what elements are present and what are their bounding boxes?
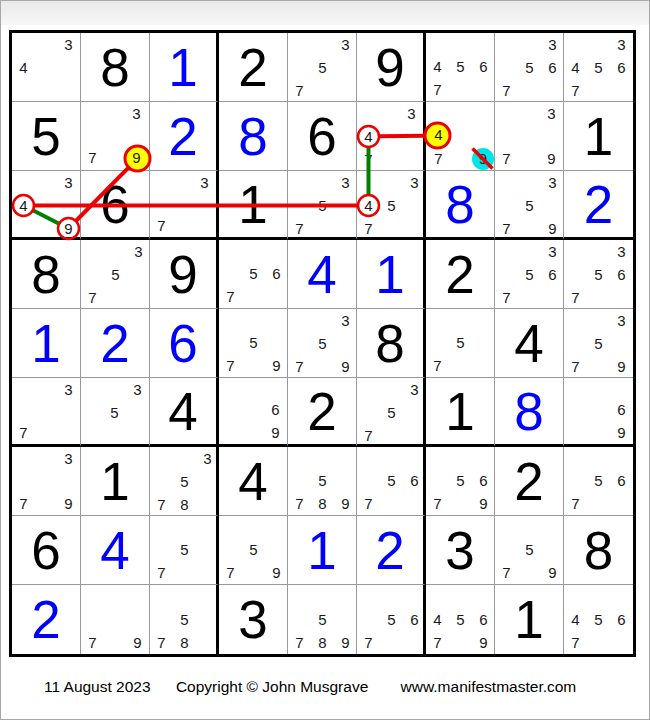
candidate-digit: 5 [518,194,541,217]
cell[interactable]: 9 [357,33,426,102]
candidate-slot: 7 [219,561,242,584]
candidate-digit: 9 [265,354,288,377]
cell[interactable]: 379 [81,102,150,171]
candidate-digit: 9 [57,217,80,240]
cell[interactable]: 579 [495,516,564,585]
pencil-marks: 349 [12,171,80,237]
pencil-marks: 5789 [288,585,356,654]
candidate-slot: 7 [150,561,173,584]
cell[interactable]: 8 [219,102,288,171]
candidate-slot: 3 [334,171,357,194]
candidate-digit: 5 [380,194,403,217]
candidate-digit: 3 [57,33,80,56]
pencil-marks: 567 [564,447,633,515]
candidate-slot: 9 [540,147,563,170]
cell[interactable]: 3579 [495,171,564,240]
pencil-marks: 79 [81,585,149,654]
candidate-slot: 5 [311,56,334,79]
candidate-digit: 7 [219,354,242,377]
cell-value: 8 [584,524,613,577]
pencil-marks: 4567 [426,33,494,101]
cell[interactable]: 3567 [495,33,564,102]
candidate-slot: 7 [81,631,104,654]
candidate-slot: 3 [57,171,80,194]
cell[interactable]: 6 [288,102,357,171]
cell[interactable]: 5679 [426,447,495,516]
candidate-digit: 9 [610,421,633,444]
candidate-digit: 3 [126,378,149,401]
candidate-digit: 7 [357,217,380,240]
cell-value: 3 [238,593,267,646]
candidate-digit: 6 [472,469,495,492]
pencil-marks: 45679 [426,585,494,654]
candidate-slot: 3 [541,171,564,194]
candidate-digit: 3 [334,33,357,56]
cell[interactable]: 1 [288,516,357,585]
candidate-digit: 3 [334,171,357,194]
cell[interactable]: 3578 [150,447,219,516]
pencil-marks: 3579 [288,309,356,377]
pencil-marks: 37 [150,171,216,237]
cell[interactable]: 2 [495,447,564,516]
cell[interactable]: 379 [12,447,81,516]
candidate-digit: 3 [400,102,423,125]
cell[interactable]: 1 [150,33,219,102]
candidate-digit: 7 [150,631,173,654]
cell-value: 2 [445,248,474,301]
candidate-digit: 3 [57,447,80,470]
candidate-digit: 9 [541,561,564,584]
cell[interactable]: 1 [564,102,633,171]
cell[interactable]: 2 [564,171,633,240]
cell[interactable]: 357 [288,171,357,240]
cell[interactable]: 5789 [288,447,357,516]
cell-value: 1 [100,455,129,508]
cell-value: 6 [168,317,197,370]
candidate-digit: 7 [426,78,449,101]
candidate-digit: 6 [610,263,633,286]
cell[interactable]: 2 [81,309,150,378]
candidate-slot: 9 [334,355,357,378]
pencil-marks: 379 [81,102,149,170]
candidate-digit: 5 [311,332,334,355]
candidate-digit: 5 [587,608,610,631]
cell[interactable]: 6 [150,309,219,378]
cell-value: 4 [168,385,197,438]
candidate-slot: 5 [449,469,472,492]
cell[interactable]: 1 [426,378,495,447]
candidate-slot: 5 [173,538,196,561]
candidate-slot: 9 [264,421,287,444]
candidate-slot: 7 [357,424,380,447]
candidate-digit: 8 [173,493,196,516]
candidate-digit: 5 [242,262,265,285]
candidate-digit: 5 [173,470,196,493]
candidate-digit: 5 [311,56,334,79]
candidate-digit: 9 [334,492,357,515]
cell[interactable]: 35 [81,378,150,447]
candidate-digit: 4 [12,194,35,217]
candidate-digit: 9 [472,148,494,170]
candidate-slot: 9 [57,217,80,240]
candidate-slot: 6 [472,608,495,631]
candidate-digit: 6 [264,398,287,421]
candidate-digit: 7 [12,492,35,515]
cell[interactable]: 4 [288,240,357,309]
candidate-digit: 9 [472,492,495,515]
candidate-digit: 5 [518,263,541,286]
candidate-slot: 5 [311,194,334,217]
cell[interactable]: 69 [564,378,633,447]
candidate-slot: 9 [265,354,288,377]
cell[interactable]: 1 [219,171,288,240]
candidate-slot: 5 [242,262,265,285]
pencil-marks: 357 [357,378,423,444]
candidate-digit: 9 [610,355,633,378]
cell[interactable]: 2 [288,378,357,447]
candidate-slot: 5 [518,263,541,286]
candidate-slot: 7 [81,145,104,170]
cell[interactable]: 45679 [426,585,495,654]
candidate-slot: 8 [311,631,334,654]
candidate-digit: 3 [57,378,80,401]
candidate-slot: 3 [400,102,423,125]
cell[interactable]: 1 [12,309,81,378]
candidate-slot: 8 [173,631,196,654]
pencil-marks: 567 [219,240,287,308]
candidate-slot: 7 [426,354,449,377]
candidate-slot: 5 [242,538,265,561]
cell[interactable]: 5 [12,102,81,171]
cell-value: 2 [100,317,129,370]
cell[interactable]: 34 [12,33,81,102]
pencil-marks: 34 [12,33,80,101]
candidate-slot: 7 [150,493,173,516]
candidate-slot: 7 [150,214,173,237]
candidate-digit: 6 [472,608,495,631]
cell[interactable]: 69 [219,378,288,447]
candidate-digit: 3 [403,378,426,401]
candidate-digit: 5 [242,538,265,561]
cell[interactable]: 57 [150,516,219,585]
candidate-slot: 5 [173,608,196,631]
cell[interactable]: 379 [495,102,564,171]
candidate-slot: 3 [196,447,219,470]
candidate-slot: 9 [541,561,564,584]
candidate-slot: 7 [495,147,518,170]
candidate-digit: 4 [357,194,380,217]
cell-value: 8 [445,178,474,231]
candidate-slot: 5 [518,194,541,217]
candidate-slot: 6 [610,56,633,79]
cell[interactable]: 8 [426,171,495,240]
candidate-digit: 9 [124,145,149,170]
cell-value: 1 [168,41,197,94]
cell[interactable]: 349 [12,171,81,240]
pencil-marks: 3579 [564,309,633,377]
cell[interactable]: 567 [564,447,633,516]
cell-value: 6 [100,178,129,231]
cell[interactable]: 578 [150,585,219,654]
candidate-digit: 9 [334,631,357,654]
candidate-digit: 3 [610,309,633,332]
cell[interactable]: 57 [426,309,495,378]
pencil-marks: 69 [219,378,287,444]
candidate-slot: 7 [288,355,311,378]
cell-value: 6 [307,110,336,163]
candidate-digit: 7 [357,148,380,171]
candidate-slot: 3 [57,33,80,56]
cell-value: 2 [584,178,613,231]
candidate-digit: 5 [449,608,472,631]
pencil-marks: 3457 [357,171,423,237]
candidate-slot: 6 [264,398,287,421]
candidate-digit: 3 [334,309,357,332]
candidate-digit: 8 [173,631,196,654]
candidate-digit: 4 [564,608,587,631]
candidate-slot: 4 [357,194,380,217]
cell[interactable]: 2 [150,102,219,171]
candidate-slot: 3 [541,240,564,263]
candidate-slot: 7 [288,631,311,654]
candidate-digit: 7 [288,355,311,378]
candidate-slot: 7 [495,286,518,309]
cell[interactable]: 357 [288,33,357,102]
candidate-digit: 3 [57,171,80,194]
candidate-digit: 7 [426,631,449,654]
pencil-marks: 5789 [288,447,356,515]
cell-value: 8 [238,110,267,163]
cell[interactable]: 8 [495,378,564,447]
cell[interactable]: 347 [357,102,426,171]
candidate-digit: 7 [12,421,35,444]
candidate-digit: 7 [495,79,518,102]
candidate-slot: 3 [334,33,357,56]
cell[interactable]: 3457 [357,171,426,240]
cell[interactable]: 1 [495,585,564,654]
candidate-digit: 9 [472,631,495,654]
candidate-digit: 8 [311,492,334,515]
candidate-slot: 6 [541,56,564,79]
cell[interactable]: 567 [219,240,288,309]
cell[interactable]: 3 [219,585,288,654]
candidate-slot: 4 [564,56,587,79]
cell[interactable]: 357 [81,240,150,309]
cell[interactable]: 8 [564,516,633,585]
cell[interactable]: 2 [426,240,495,309]
candidate-slot: 7 [288,79,311,102]
candidate-slot: 7 [288,492,311,515]
candidate-digit: 3 [541,240,564,263]
cell[interactable]: 6 [12,516,81,585]
pencil-marks: 567 [357,447,423,515]
candidate-slot: 4 [426,608,449,631]
cell[interactable]: 6 [81,171,150,240]
cell-value: 1 [514,593,543,646]
cell-value: 8 [100,41,129,94]
cell-value: 4 [238,455,267,508]
cell-value: 8 [31,248,60,301]
candidate-slot: 5 [242,331,265,354]
candidate-digit: 6 [403,608,426,631]
cell[interactable]: 1 [357,240,426,309]
cell[interactable]: 8 [357,309,426,378]
cell-value: 2 [31,593,60,646]
candidate-slot: 4 [426,122,451,147]
cell[interactable]: 579 [219,309,288,378]
cell[interactable]: 3 [426,516,495,585]
cell[interactable]: 2 [219,33,288,102]
pencil-marks: 357 [81,240,149,308]
cell[interactable]: 3567 [564,240,633,309]
cell[interactable]: 4567 [564,585,633,654]
pencil-marks: 3567 [564,240,633,308]
cell[interactable]: 357 [357,378,426,447]
cell[interactable]: 4 [219,447,288,516]
candidate-digit: 7 [288,631,311,654]
cell[interactable]: 4 [495,309,564,378]
candidate-slot: 9 [610,355,633,378]
candidate-digit: 9 [57,492,80,515]
cell[interactable]: 4567 [426,33,495,102]
candidate-slot: 6 [541,263,564,286]
candidate-slot: 5 [518,538,541,561]
candidate-digit: 3 [541,171,564,194]
cell-value: 4 [100,524,129,577]
candidate-slot: 3 [127,240,150,263]
cell[interactable]: 8 [81,33,150,102]
pencil-marks: 3567 [495,240,563,308]
cell-value: 2 [307,385,336,438]
cell-value: 1 [307,524,336,577]
cell[interactable]: 567 [357,585,426,654]
candidate-digit: 5 [518,56,541,79]
candidate-slot: 7 [357,217,380,240]
candidate-slot: 5 [173,470,196,493]
cell-value: 2 [168,110,197,163]
candidate-slot: 3 [403,171,426,194]
candidate-digit: 7 [357,492,380,515]
candidate-digit: 4 [357,125,380,148]
candidate-digit: 5 [587,56,610,79]
candidate-slot: 9 [472,492,495,515]
candidate-slot: 3 [334,309,357,332]
candidate-digit: 5 [449,55,472,78]
candidate-slot: 9 [472,631,495,654]
candidate-digit: 5 [380,401,403,424]
candidate-slot: 3 [610,240,633,263]
candidate-slot: 7 [12,492,35,515]
candidate-slot: 7 [357,631,380,654]
cell[interactable]: 479 [426,102,495,171]
candidate-slot: 3 [126,378,149,401]
candidate-slot: 7 [426,78,449,101]
candidate-digit: 7 [495,147,518,170]
cell-value: 1 [31,317,60,370]
cell[interactable]: 34567 [564,33,633,102]
candidate-digit: 7 [150,561,173,584]
candidate-digit: 7 [495,561,518,584]
candidate-slot: 7 [426,631,449,654]
pencil-marks: 5679 [426,447,494,515]
pencil-marks: 579 [495,516,563,584]
candidate-slot: 7 [495,561,518,584]
candidate-slot: 7 [12,421,35,444]
cell[interactable]: 2 [357,516,426,585]
candidate-digit: 3 [541,33,564,56]
cell[interactable]: 8 [12,240,81,309]
candidate-slot: 5 [103,401,126,424]
candidate-digit: 5 [173,538,196,561]
candidate-digit: 7 [150,493,173,516]
candidate-digit: 7 [357,424,380,447]
cell[interactable]: 567 [357,447,426,516]
candidate-digit: 7 [357,631,380,654]
candidate-digit: 6 [541,56,564,79]
cell-value: 3 [445,524,474,577]
cell[interactable]: 3567 [495,240,564,309]
candidate-slot: 5 [104,263,127,286]
candidate-slot: 6 [610,608,633,631]
candidate-slot: 5 [311,608,334,631]
candidate-slot: 3 [57,378,80,401]
sudoku-board: 3481235794567356734567537928634747937913… [9,30,636,657]
candidate-slot: 5 [380,194,403,217]
candidate-digit: 7 [564,631,587,654]
cell-value: 5 [31,110,60,163]
cell[interactable]: 37 [12,378,81,447]
cell[interactable]: 37 [150,171,219,240]
candidate-digit: 3 [610,33,633,56]
candidate-slot: 7 [81,286,104,309]
candidate-slot: 7 [288,217,311,240]
candidate-slot: 6 [265,262,288,285]
pencil-marks: 57 [426,309,494,377]
candidate-slot: 4 [564,608,587,631]
candidate-digit: 3 [196,447,219,470]
candidate-slot: 9 [541,217,564,240]
candidate-digit: 5 [311,608,334,631]
cell[interactable]: 1 [81,447,150,516]
candidate-slot: 5 [311,469,334,492]
candidate-slot: 5 [311,332,334,355]
cell[interactable]: 79 [81,585,150,654]
candidate-slot: 6 [403,469,426,492]
cell[interactable]: 3579 [288,309,357,378]
cell[interactable]: 3579 [564,309,633,378]
cell[interactable]: 4 [150,378,219,447]
candidate-slot: 3 [403,378,426,401]
candidate-slot: 7 [564,286,587,309]
candidate-digit: 5 [449,331,472,354]
sudoku-page: 3481235794567356734567537928634747937913… [0,0,650,720]
candidate-slot: 3 [124,102,149,125]
cell[interactable]: 579 [219,516,288,585]
candidate-digit: 9 [541,217,564,240]
candidate-slot: 5 [380,608,403,631]
cell[interactable]: 2 [12,585,81,654]
cell[interactable]: 4 [81,516,150,585]
cell[interactable]: 5789 [288,585,357,654]
candidate-digit: 6 [265,262,288,285]
candidate-digit: 7 [427,147,450,170]
cell-value: 6 [31,524,60,577]
candidate-digit: 9 [264,421,287,444]
cell-value: 4 [514,317,543,370]
candidate-slot: 9 [124,145,149,170]
cell[interactable]: 9 [150,240,219,309]
candidate-digit: 7 [564,79,587,102]
